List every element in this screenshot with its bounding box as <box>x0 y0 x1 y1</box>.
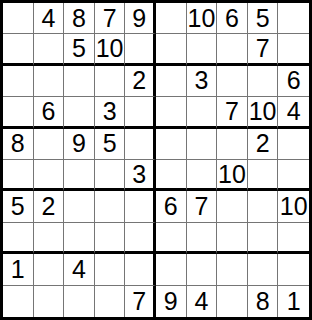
given-cell-r1c2: 4 <box>34 3 65 34</box>
empty-cell-r9c2[interactable] <box>34 254 65 285</box>
given-cell-r5c3: 9 <box>64 129 95 160</box>
empty-cell-r10c3[interactable] <box>64 286 95 317</box>
given-cell-r7c2: 2 <box>34 191 65 222</box>
empty-cell-r6c9[interactable] <box>248 160 279 191</box>
given-cell-r2c9: 7 <box>248 34 279 65</box>
empty-cell-r7c8[interactable] <box>217 191 248 222</box>
given-cell-r10c7: 4 <box>187 286 218 317</box>
empty-cell-r8c4[interactable] <box>95 223 126 254</box>
empty-cell-r6c7[interactable] <box>187 160 218 191</box>
given-cell-r7c10: 10 <box>278 191 309 222</box>
empty-cell-r6c3[interactable] <box>64 160 95 191</box>
given-cell-r6c5: 3 <box>125 160 156 191</box>
empty-cell-r8c5[interactable] <box>125 223 156 254</box>
empty-cell-r10c4[interactable] <box>95 286 126 317</box>
empty-cell-r7c4[interactable] <box>95 191 126 222</box>
given-cell-r4c9: 10 <box>248 97 279 128</box>
empty-cell-r4c1[interactable] <box>3 97 34 128</box>
given-cell-r3c5: 2 <box>125 66 156 97</box>
given-cell-r4c4: 3 <box>95 97 126 128</box>
empty-cell-r2c7[interactable] <box>187 34 218 65</box>
given-cell-r1c5: 9 <box>125 3 156 34</box>
given-cell-r5c1: 8 <box>3 129 34 160</box>
given-cell-r7c1: 5 <box>3 191 34 222</box>
empty-cell-r2c2[interactable] <box>34 34 65 65</box>
empty-cell-r5c2[interactable] <box>34 129 65 160</box>
given-cell-r1c4: 7 <box>95 3 126 34</box>
empty-cell-r3c1[interactable] <box>3 66 34 97</box>
empty-cell-r1c10[interactable] <box>278 3 309 34</box>
empty-cell-r6c10[interactable] <box>278 160 309 191</box>
empty-cell-r6c2[interactable] <box>34 160 65 191</box>
empty-cell-r3c4[interactable] <box>95 66 126 97</box>
given-cell-r5c9: 2 <box>248 129 279 160</box>
empty-cell-r7c3[interactable] <box>64 191 95 222</box>
empty-cell-r8c10[interactable] <box>278 223 309 254</box>
empty-cell-r9c5[interactable] <box>125 254 156 285</box>
empty-cell-r8c2[interactable] <box>34 223 65 254</box>
empty-cell-r8c3[interactable] <box>64 223 95 254</box>
given-cell-r2c3: 5 <box>64 34 95 65</box>
empty-cell-r3c6[interactable] <box>156 66 187 97</box>
empty-cell-r2c1[interactable] <box>3 34 34 65</box>
empty-cell-r8c9[interactable] <box>248 223 279 254</box>
empty-cell-r9c10[interactable] <box>278 254 309 285</box>
empty-cell-r3c3[interactable] <box>64 66 95 97</box>
empty-cell-r8c8[interactable] <box>217 223 248 254</box>
empty-cell-r7c5[interactable] <box>125 191 156 222</box>
empty-cell-r9c9[interactable] <box>248 254 279 285</box>
empty-cell-r5c8[interactable] <box>217 129 248 160</box>
given-cell-r10c9: 8 <box>248 286 279 317</box>
empty-cell-r4c7[interactable] <box>187 97 218 128</box>
empty-cell-r4c3[interactable] <box>64 97 95 128</box>
empty-cell-r8c6[interactable] <box>156 223 187 254</box>
given-cell-r5c4: 5 <box>95 129 126 160</box>
given-cell-r4c8: 7 <box>217 97 248 128</box>
given-cell-r6c8: 10 <box>217 160 248 191</box>
empty-cell-r2c10[interactable] <box>278 34 309 65</box>
given-cell-r7c7: 7 <box>187 191 218 222</box>
empty-cell-r5c10[interactable] <box>278 129 309 160</box>
empty-cell-r6c4[interactable] <box>95 160 126 191</box>
empty-cell-r10c8[interactable] <box>217 286 248 317</box>
empty-cell-r2c8[interactable] <box>217 34 248 65</box>
given-cell-r1c7: 10 <box>187 3 218 34</box>
empty-cell-r1c1[interactable] <box>3 3 34 34</box>
empty-cell-r9c4[interactable] <box>95 254 126 285</box>
empty-cell-r9c8[interactable] <box>217 254 248 285</box>
empty-cell-r3c9[interactable] <box>248 66 279 97</box>
empty-cell-r6c6[interactable] <box>156 160 187 191</box>
empty-cell-r9c6[interactable] <box>156 254 187 285</box>
given-cell-r9c1: 1 <box>3 254 34 285</box>
empty-cell-r8c1[interactable] <box>3 223 34 254</box>
empty-cell-r2c6[interactable] <box>156 34 187 65</box>
empty-cell-r6c1[interactable] <box>3 160 34 191</box>
sudoku-board: 4879106551072366371048952310526710147948… <box>0 0 312 320</box>
empty-cell-r3c2[interactable] <box>34 66 65 97</box>
given-cell-r4c2: 6 <box>34 97 65 128</box>
empty-cell-r4c6[interactable] <box>156 97 187 128</box>
given-cell-r1c9: 5 <box>248 3 279 34</box>
given-cell-r10c6: 9 <box>156 286 187 317</box>
empty-cell-r2c5[interactable] <box>125 34 156 65</box>
given-cell-r9c3: 4 <box>64 254 95 285</box>
given-cell-r10c5: 7 <box>125 286 156 317</box>
empty-cell-r5c6[interactable] <box>156 129 187 160</box>
empty-cell-r9c7[interactable] <box>187 254 218 285</box>
empty-cell-r1c6[interactable] <box>156 3 187 34</box>
given-cell-r10c10: 1 <box>278 286 309 317</box>
given-cell-r3c7: 3 <box>187 66 218 97</box>
given-cell-r2c4: 10 <box>95 34 126 65</box>
empty-cell-r8c7[interactable] <box>187 223 218 254</box>
empty-cell-r4c5[interactable] <box>125 97 156 128</box>
empty-cell-r5c5[interactable] <box>125 129 156 160</box>
empty-cell-r3c8[interactable] <box>217 66 248 97</box>
empty-cell-r10c1[interactable] <box>3 286 34 317</box>
given-cell-r3c10: 6 <box>278 66 309 97</box>
given-cell-r7c6: 6 <box>156 191 187 222</box>
given-cell-r4c10: 4 <box>278 97 309 128</box>
given-cell-r1c8: 6 <box>217 3 248 34</box>
empty-cell-r7c9[interactable] <box>248 191 279 222</box>
empty-cell-r5c7[interactable] <box>187 129 218 160</box>
given-cell-r1c3: 8 <box>64 3 95 34</box>
empty-cell-r10c2[interactable] <box>34 286 65 317</box>
